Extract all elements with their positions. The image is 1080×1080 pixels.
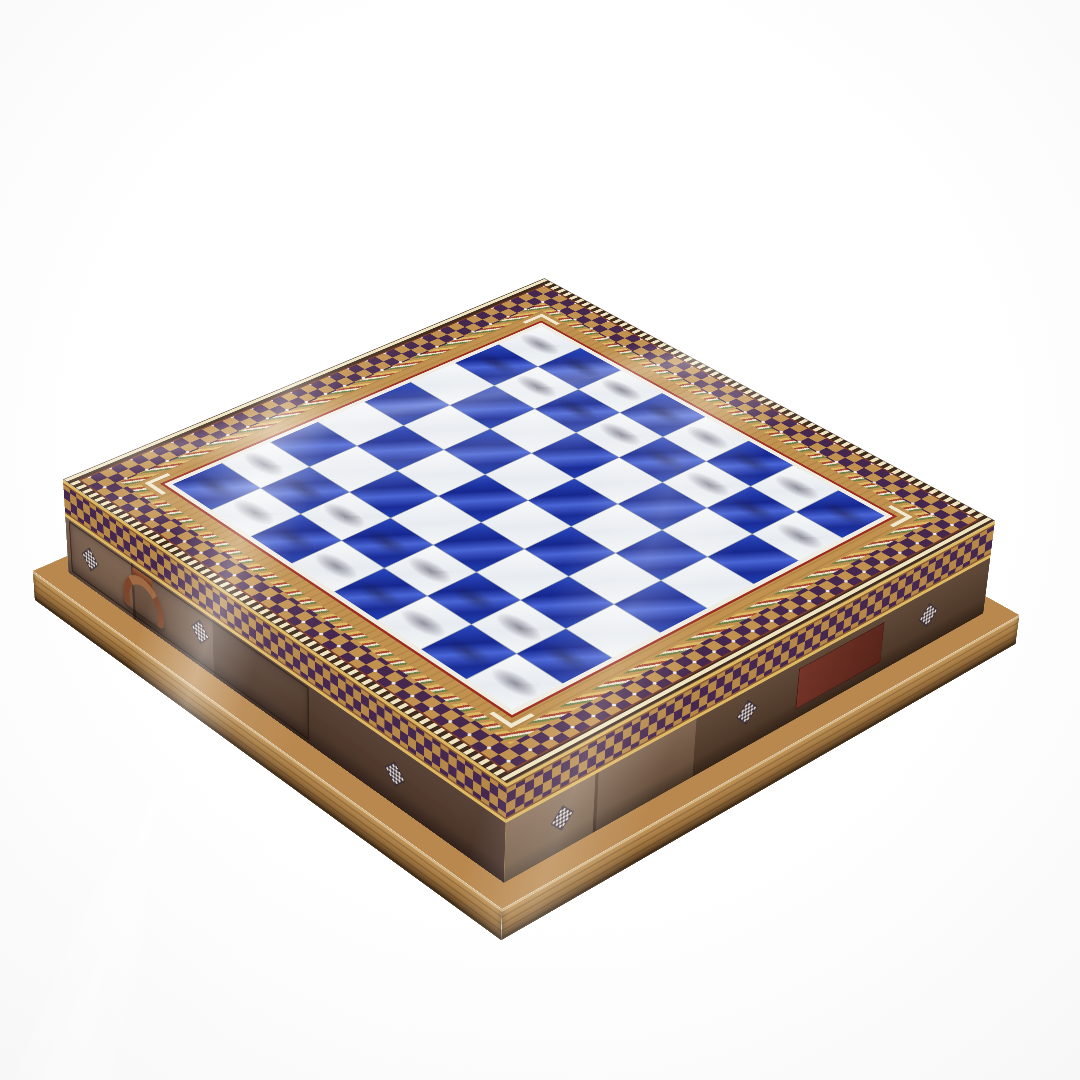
chess-box: ♜♞♝♛♚♝♞♜♟♟♟♟♟♟♟♟♟♟♟♟♟♟♟♟♜♞♝♛♚♝♞♜	[63, 278, 995, 783]
chess-set-product-photo: ♜♞♝♛♚♝♞♜♟♟♟♟♟♟♟♟♟♟♟♟♟♟♟♟♜♞♝♛♚♝♞♜	[0, 0, 1080, 1080]
white-rook-glyph: ♜	[480, 592, 552, 689]
scene-3d: ♜♞♝♛♚♝♞♜♟♟♟♟♟♟♟♟♟♟♟♟♟♟♟♟♜♞♝♛♚♝♞♜	[0, 0, 1080, 1080]
corner-mark-icon	[489, 701, 534, 728]
black-pawn-glyph: ♟	[773, 467, 828, 541]
